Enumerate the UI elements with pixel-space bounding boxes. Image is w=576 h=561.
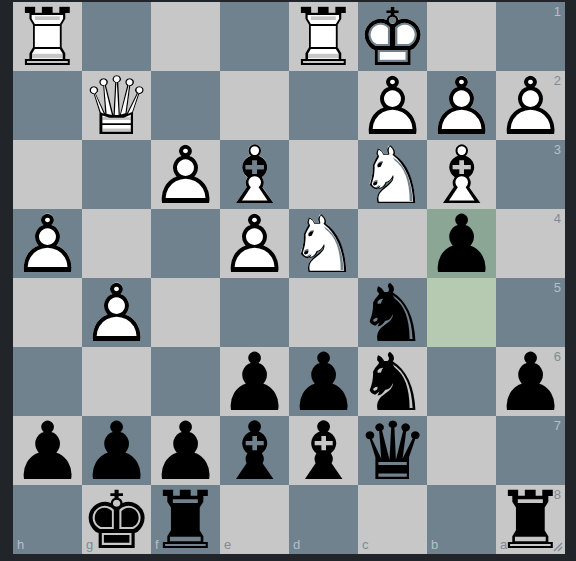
file-label-a: a	[500, 537, 507, 552]
square-d4[interactable]: ♞♘	[289, 209, 358, 278]
resize-handle-icon[interactable]	[551, 540, 564, 553]
file-label-d: d	[293, 537, 300, 552]
file-label-f: f	[155, 537, 159, 552]
square-a2[interactable]: ♟♙2	[496, 71, 565, 140]
square-b4[interactable]: ♟	[427, 209, 496, 278]
square-g5[interactable]: ♟♙	[82, 278, 151, 347]
white-rook[interactable]: ♜♖	[13, 2, 82, 71]
white-pawn[interactable]: ♟♙	[220, 209, 289, 278]
rank-label-4: 4	[554, 211, 561, 226]
black-pawn[interactable]: ♟	[427, 209, 496, 278]
file-label-h: h	[17, 537, 24, 552]
piece-outline-glyph: ♘	[289, 210, 358, 279]
square-h4[interactable]: ♟♙	[13, 209, 82, 278]
white-knight[interactable]: ♞♘	[289, 209, 358, 278]
piece-outline-glyph: ♙	[151, 141, 220, 210]
square-b6[interactable]	[427, 347, 496, 416]
piece-outline-glyph: ♙	[13, 210, 82, 279]
piece-fill-glyph: ♝	[220, 417, 289, 486]
piece-outline-glyph: ♙	[220, 210, 289, 279]
piece-fill-glyph: ♟	[13, 417, 82, 486]
square-f8[interactable]: ♜f	[151, 485, 220, 554]
square-e7[interactable]: ♝	[220, 416, 289, 485]
file-label-e: e	[224, 537, 231, 552]
white-pawn[interactable]: ♟♙	[82, 278, 151, 347]
square-a6[interactable]: ♟6	[496, 347, 565, 416]
rank-label-5: 5	[554, 280, 561, 295]
square-e1[interactable]	[220, 2, 289, 71]
piece-fill-glyph: ♟	[427, 210, 496, 279]
white-queen[interactable]: ♛♕	[82, 71, 151, 140]
square-e4[interactable]: ♟♙	[220, 209, 289, 278]
page-background: ♜♖♜♖♚♔1♛♕♟♙♟♙♟♙2♟♙♝♗♞♘♝♗3♟♙♟♙♞♘♟4♟♙♞5♟♟♞…	[0, 0, 576, 561]
piece-outline-glyph: ♖	[289, 3, 358, 72]
square-a4[interactable]: 4	[496, 209, 565, 278]
chess-board: ♜♖♜♖♚♔1♛♕♟♙♟♙♟♙2♟♙♝♗♞♘♝♗3♟♙♟♙♞♘♟4♟♙♞5♟♟♞…	[13, 2, 565, 554]
square-a8[interactable]: ♜8a	[496, 485, 565, 554]
piece-fill-glyph: ♝	[289, 417, 358, 486]
piece-outline-glyph: ♙	[82, 279, 151, 348]
black-queen[interactable]: ♛	[358, 416, 427, 485]
square-g8[interactable]: ♚g	[82, 485, 151, 554]
piece-fill-glyph: ♛	[358, 417, 427, 486]
square-b7[interactable]	[427, 416, 496, 485]
square-d7[interactable]: ♝	[289, 416, 358, 485]
rank-label-2: 2	[554, 73, 561, 88]
square-f3[interactable]: ♟♙	[151, 140, 220, 209]
square-b8[interactable]: b	[427, 485, 496, 554]
rank-label-3: 3	[554, 142, 561, 157]
square-d1[interactable]: ♜♖	[289, 2, 358, 71]
black-bishop[interactable]: ♝	[289, 416, 358, 485]
piece-outline-glyph: ♕	[82, 72, 151, 141]
rank-label-1: 1	[554, 4, 561, 19]
square-c7[interactable]: ♛	[358, 416, 427, 485]
square-f1[interactable]	[151, 2, 220, 71]
white-pawn[interactable]: ♟♙	[13, 209, 82, 278]
file-label-b: b	[431, 537, 438, 552]
rank-label-6: 6	[554, 349, 561, 364]
file-label-c: c	[362, 537, 369, 552]
rank-label-7: 7	[554, 418, 561, 433]
white-rook[interactable]: ♜♖	[289, 2, 358, 71]
square-f5[interactable]	[151, 278, 220, 347]
piece-outline-glyph: ♘	[358, 141, 427, 210]
rank-label-8: 8	[554, 487, 561, 502]
piece-fill-glyph: ♜	[151, 486, 220, 555]
black-pawn[interactable]: ♟	[13, 416, 82, 485]
piece-outline-glyph: ♖	[13, 3, 82, 72]
file-label-g: g	[86, 537, 93, 552]
white-pawn[interactable]: ♟♙	[151, 140, 220, 209]
square-h1[interactable]: ♜♖	[13, 2, 82, 71]
square-h7[interactable]: ♟	[13, 416, 82, 485]
white-knight[interactable]: ♞♘	[358, 140, 427, 209]
black-rook[interactable]: ♜	[151, 485, 220, 554]
square-g2[interactable]: ♛♕	[82, 71, 151, 140]
black-bishop[interactable]: ♝	[220, 416, 289, 485]
square-c3[interactable]: ♞♘	[358, 140, 427, 209]
